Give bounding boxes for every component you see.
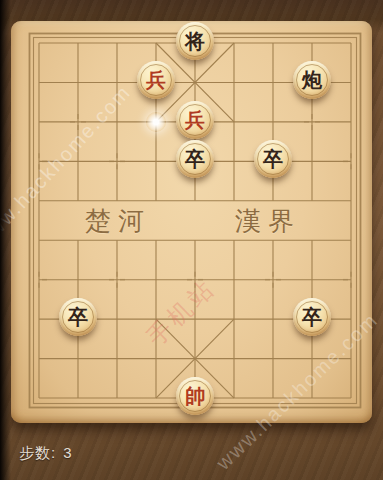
piece-engraved-ring — [179, 25, 211, 57]
piece-character: 兵 — [176, 101, 214, 139]
last-move-glow-marker — [146, 112, 166, 132]
piece-red-general[interactable]: 帥 — [176, 377, 214, 415]
piece-character: 帥 — [176, 377, 214, 415]
river-label-right: 漢界 — [235, 204, 301, 239]
piece-black-soldier[interactable]: 卒 — [59, 298, 97, 336]
piece-black-soldier[interactable]: 卒 — [293, 298, 331, 336]
piece-engraved-ring — [296, 64, 328, 96]
xiangqi-board[interactable]: 楚河 漢界 将兵炮兵卒卒卒卒帥 — [11, 21, 372, 423]
river-label-left: 楚河 — [85, 204, 151, 239]
piece-character: 将 — [176, 22, 214, 60]
step-counter: 步数:3 — [19, 444, 73, 463]
left-edge-shadow — [0, 0, 11, 480]
piece-character: 卒 — [59, 298, 97, 336]
piece-engraved-ring — [140, 64, 172, 96]
piece-engraved-ring — [62, 301, 94, 333]
piece-engraved-ring — [179, 104, 211, 136]
step-counter-value: 3 — [63, 444, 72, 461]
app-screen: 楚河 漢界 将兵炮兵卒卒卒卒帥 步数:3 www.hackhome.com ww… — [0, 0, 383, 480]
step-counter-label: 步数: — [19, 444, 56, 461]
piece-engraved-ring — [296, 301, 328, 333]
piece-engraved-ring — [179, 143, 211, 175]
piece-engraved-ring — [257, 143, 289, 175]
piece-black-general[interactable]: 将 — [176, 22, 214, 60]
piece-engraved-ring — [179, 380, 211, 412]
piece-red-soldier[interactable]: 兵 — [176, 101, 214, 139]
piece-character: 卒 — [293, 298, 331, 336]
